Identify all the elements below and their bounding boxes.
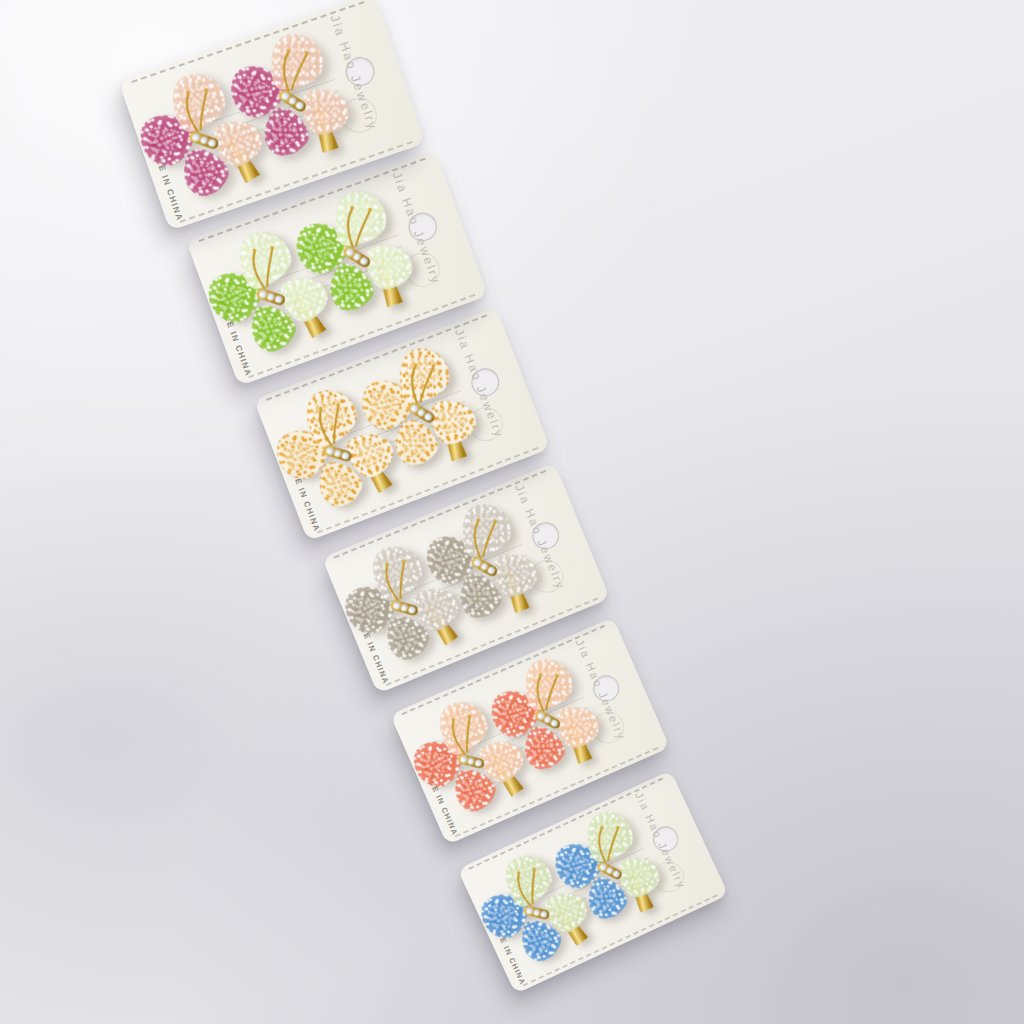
rhinestone xyxy=(360,257,369,266)
rhinestone xyxy=(259,290,267,298)
rhinestone xyxy=(408,606,415,613)
rhinestone xyxy=(540,911,547,918)
rhinestone xyxy=(267,293,275,301)
rhinestone xyxy=(334,449,342,457)
rhinestone xyxy=(275,295,283,303)
rhinestone xyxy=(475,760,482,767)
rhinestone xyxy=(208,139,216,147)
rhinestone xyxy=(613,870,621,878)
rhinestone xyxy=(401,604,408,611)
rhinestone xyxy=(192,133,200,141)
rhinestone xyxy=(200,136,208,144)
rhinestone xyxy=(526,908,533,915)
rhinestone xyxy=(460,756,467,763)
rhinestone xyxy=(533,909,540,916)
photo-backdrop: Jia Hao Jewelry MADE IN CHINA xyxy=(0,0,1024,1024)
rhinestone xyxy=(550,719,558,727)
rhinestone xyxy=(467,758,474,765)
rhinestone xyxy=(295,101,304,110)
rhinestone xyxy=(424,413,433,422)
rhinestone xyxy=(342,452,350,460)
rhinestone xyxy=(393,602,400,609)
rhinestone xyxy=(326,447,334,455)
rhinestone xyxy=(487,566,495,574)
